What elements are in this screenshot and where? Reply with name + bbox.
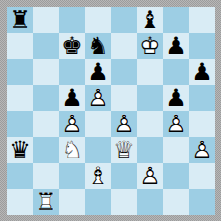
square-a4[interactable] [7,111,33,137]
pawn-glyph-outline: ♙ [85,85,111,111]
white-pawn[interactable]: ♟♙ [111,111,137,137]
square-h2[interactable] [189,163,215,189]
square-e4[interactable]: ♟♙ [111,111,137,137]
square-f8[interactable]: ♝ [137,7,163,33]
square-h4[interactable] [189,111,215,137]
square-g6[interactable] [163,59,189,85]
white-queen[interactable]: ♛♕ [111,137,137,163]
white-knight[interactable]: ♞♘ [59,137,85,163]
square-a8[interactable]: ♜ [7,7,33,33]
square-d2[interactable]: ♝♗ [85,163,111,189]
square-h3[interactable]: ♟♙ [189,137,215,163]
rook-glyph-fill: ♜ [7,7,33,33]
white-pawn[interactable]: ♟♙ [137,163,163,189]
square-g3[interactable] [163,137,189,163]
square-g1[interactable] [163,189,189,215]
square-f5[interactable] [137,85,163,111]
knight-glyph-outline: ♘ [59,137,85,163]
square-a6[interactable] [7,59,33,85]
square-b3[interactable] [33,137,59,163]
king-glyph-fill: ♚ [59,33,85,59]
pawn-glyph-outline: ♙ [137,163,163,189]
bishop-glyph-outline: ♗ [85,163,111,189]
square-c5[interactable]: ♟ [59,85,85,111]
pawn-glyph-outline: ♙ [189,137,215,163]
square-a2[interactable] [7,163,33,189]
king-glyph-outline: ♔ [137,33,163,59]
white-pawn[interactable]: ♟♙ [59,111,85,137]
bishop-glyph-fill: ♝ [137,7,163,33]
square-c8[interactable] [59,7,85,33]
square-b6[interactable] [33,59,59,85]
pawn-glyph-outline: ♙ [111,111,137,137]
square-c4[interactable]: ♟♙ [59,111,85,137]
square-d3[interactable] [85,137,111,163]
white-pawn[interactable]: ♟♙ [163,111,189,137]
square-b5[interactable] [33,85,59,111]
queen-glyph-outline: ♕ [111,137,137,163]
pawn-glyph-fill: ♟ [163,33,189,59]
square-e8[interactable] [111,7,137,33]
board-frame: ♜♝♚♞♚♔♟♟♟♟♟♙♟♟♙♟♙♟♙♛♞♘♛♕♟♙♝♗♟♙♜♖ [0,0,221,221]
square-h8[interactable] [189,7,215,33]
square-a5[interactable] [7,85,33,111]
black-king[interactable]: ♚ [59,33,85,59]
square-h7[interactable] [189,33,215,59]
white-bishop[interactable]: ♝♗ [85,163,111,189]
square-c7[interactable]: ♚ [59,33,85,59]
black-queen[interactable]: ♛ [7,137,33,163]
knight-glyph-fill: ♞ [85,33,111,59]
square-e2[interactable] [111,163,137,189]
chess-board: ♜♝♚♞♚♔♟♟♟♟♟♙♟♟♙♟♙♟♙♛♞♘♛♕♟♙♝♗♟♙♜♖ [7,7,215,215]
square-b7[interactable] [33,33,59,59]
square-f1[interactable] [137,189,163,215]
queen-glyph-fill: ♛ [7,137,33,163]
square-a7[interactable] [7,33,33,59]
square-d4[interactable] [85,111,111,137]
white-pawn[interactable]: ♟♙ [85,85,111,111]
square-a1[interactable] [7,189,33,215]
black-pawn[interactable]: ♟ [59,85,85,111]
rook-glyph-outline: ♖ [33,189,59,215]
square-c3[interactable]: ♞♘ [59,137,85,163]
black-pawn[interactable]: ♟ [189,59,215,85]
pawn-glyph-fill: ♟ [189,59,215,85]
square-c6[interactable] [59,59,85,85]
square-g2[interactable] [163,163,189,189]
square-f6[interactable] [137,59,163,85]
square-e3[interactable]: ♛♕ [111,137,137,163]
square-h1[interactable] [189,189,215,215]
square-f3[interactable] [137,137,163,163]
pawn-glyph-fill: ♟ [85,59,111,85]
square-g7[interactable]: ♟ [163,33,189,59]
square-e5[interactable] [111,85,137,111]
square-b4[interactable] [33,111,59,137]
square-c1[interactable] [59,189,85,215]
square-c2[interactable] [59,163,85,189]
square-h6[interactable]: ♟ [189,59,215,85]
square-d6[interactable]: ♟ [85,59,111,85]
pawn-glyph-outline: ♙ [59,111,85,137]
square-a3[interactable]: ♛ [7,137,33,163]
square-g5[interactable]: ♟ [163,85,189,111]
square-d1[interactable] [85,189,111,215]
square-f7[interactable]: ♚♔ [137,33,163,59]
square-d5[interactable]: ♟♙ [85,85,111,111]
white-king[interactable]: ♚♔ [137,33,163,59]
square-b2[interactable] [33,163,59,189]
square-g8[interactable] [163,7,189,33]
black-pawn[interactable]: ♟ [85,59,111,85]
square-b8[interactable] [33,7,59,33]
square-e7[interactable] [111,33,137,59]
white-pawn[interactable]: ♟♙ [189,137,215,163]
black-pawn[interactable]: ♟ [163,33,189,59]
square-e1[interactable] [111,189,137,215]
black-pawn[interactable]: ♟ [163,85,189,111]
square-g4[interactable]: ♟♙ [163,111,189,137]
square-b1[interactable]: ♜♖ [33,189,59,215]
pawn-glyph-outline: ♙ [163,111,189,137]
black-rook[interactable]: ♜ [7,7,33,33]
square-e6[interactable] [111,59,137,85]
square-d7[interactable]: ♞ [85,33,111,59]
square-h5[interactable] [189,85,215,111]
white-rook[interactable]: ♜♖ [33,189,59,215]
square-f2[interactable]: ♟♙ [137,163,163,189]
square-f4[interactable] [137,111,163,137]
pawn-glyph-fill: ♟ [163,85,189,111]
black-bishop[interactable]: ♝ [137,7,163,33]
pawn-glyph-fill: ♟ [59,85,85,111]
square-d8[interactable] [85,7,111,33]
black-knight[interactable]: ♞ [85,33,111,59]
